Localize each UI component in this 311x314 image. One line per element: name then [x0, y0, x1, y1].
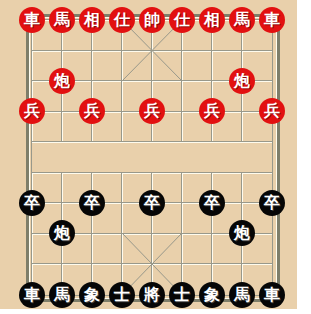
- piece-red-elephant[interactable]: 相: [79, 7, 105, 33]
- grid-cell: [122, 142, 152, 173]
- grid-cell: [92, 51, 122, 82]
- piece-black-advisor[interactable]: 士: [169, 282, 195, 308]
- grid-cell: [182, 142, 212, 173]
- piece-black-soldier[interactable]: 卒: [199, 190, 225, 216]
- piece-black-general[interactable]: 將: [139, 282, 165, 308]
- piece-red-elephant[interactable]: 相: [199, 7, 225, 33]
- grid-cell: [152, 234, 182, 265]
- piece-red-cannon[interactable]: 炮: [229, 68, 255, 94]
- grid-cell: [182, 234, 212, 265]
- piece-black-chariot[interactable]: 車: [259, 282, 285, 308]
- piece-black-soldier[interactable]: 卒: [139, 190, 165, 216]
- piece-black-soldier[interactable]: 卒: [259, 190, 285, 216]
- piece-red-horse[interactable]: 馬: [49, 7, 75, 33]
- piece-black-advisor[interactable]: 士: [109, 282, 135, 308]
- piece-red-chariot[interactable]: 車: [19, 7, 45, 33]
- piece-red-advisor[interactable]: 仕: [109, 7, 135, 33]
- piece-red-soldier[interactable]: 兵: [199, 98, 225, 124]
- piece-black-horse[interactable]: 馬: [49, 282, 75, 308]
- piece-black-cannon[interactable]: 炮: [49, 220, 75, 246]
- app-canvas: 車馬相仕帥仕相馬車炮炮兵兵兵兵兵卒卒卒卒卒炮炮車馬象士將士象馬車: [0, 0, 311, 314]
- piece-red-cannon[interactable]: 炮: [49, 68, 75, 94]
- grid-cell: [242, 142, 272, 173]
- piece-red-soldier[interactable]: 兵: [259, 98, 285, 124]
- board-grid: [31, 19, 273, 296]
- piece-black-soldier[interactable]: 卒: [19, 190, 45, 216]
- piece-black-elephant[interactable]: 象: [79, 282, 105, 308]
- piece-red-general[interactable]: 帥: [139, 7, 165, 33]
- grid-cell: [182, 51, 212, 82]
- piece-red-soldier[interactable]: 兵: [19, 98, 45, 124]
- grid-cell: [152, 142, 182, 173]
- grid-cell: [32, 142, 62, 173]
- piece-black-soldier[interactable]: 卒: [79, 190, 105, 216]
- piece-black-horse[interactable]: 馬: [229, 282, 255, 308]
- piece-red-advisor[interactable]: 仕: [169, 7, 195, 33]
- piece-red-soldier[interactable]: 兵: [139, 98, 165, 124]
- piece-red-chariot[interactable]: 車: [259, 7, 285, 33]
- piece-black-chariot[interactable]: 車: [19, 282, 45, 308]
- grid-cell: [122, 51, 152, 82]
- grid-cell: [62, 142, 92, 173]
- grid-cell: [212, 142, 242, 173]
- piece-black-cannon[interactable]: 炮: [229, 220, 255, 246]
- grid-cell: [152, 51, 182, 82]
- grid-cell: [92, 234, 122, 265]
- piece-black-elephant[interactable]: 象: [199, 282, 225, 308]
- piece-red-soldier[interactable]: 兵: [79, 98, 105, 124]
- grid-cell: [122, 234, 152, 265]
- grid-cell: [92, 142, 122, 173]
- piece-red-horse[interactable]: 馬: [229, 7, 255, 33]
